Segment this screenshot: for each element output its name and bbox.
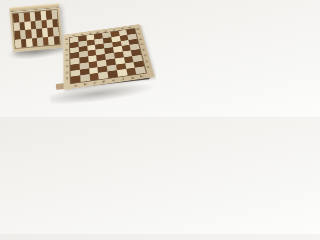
board-square [135,67,146,75]
folded-chess-box [9,3,63,52]
coordinate-label: h [137,74,146,78]
coordinate-label: f [118,77,127,81]
board-square [80,74,90,82]
open-board-wrapper: abcdefgh abcdefgh 87654321 87654321 [58,7,153,102]
coordinate-label: g [128,75,137,79]
coordinate-label: c [90,81,99,85]
folded-checker-grid [13,10,60,48]
board-square [89,73,99,81]
board-square [71,76,81,84]
board-square [117,69,127,77]
coordinate-label: 1 [147,66,151,72]
coordinate-label: b [81,82,90,86]
board-square [42,37,48,46]
folded-board-face [10,8,63,52]
coordinate-label: e [109,78,118,82]
coordinate-label: d [100,79,109,83]
board-square [26,38,32,47]
coordinate-label: a [71,83,80,87]
open-chess-board: abcdefgh abcdefgh 87654321 87654321 [63,24,154,90]
coordinate-label: 1 [66,78,69,84]
board-square [53,36,59,45]
